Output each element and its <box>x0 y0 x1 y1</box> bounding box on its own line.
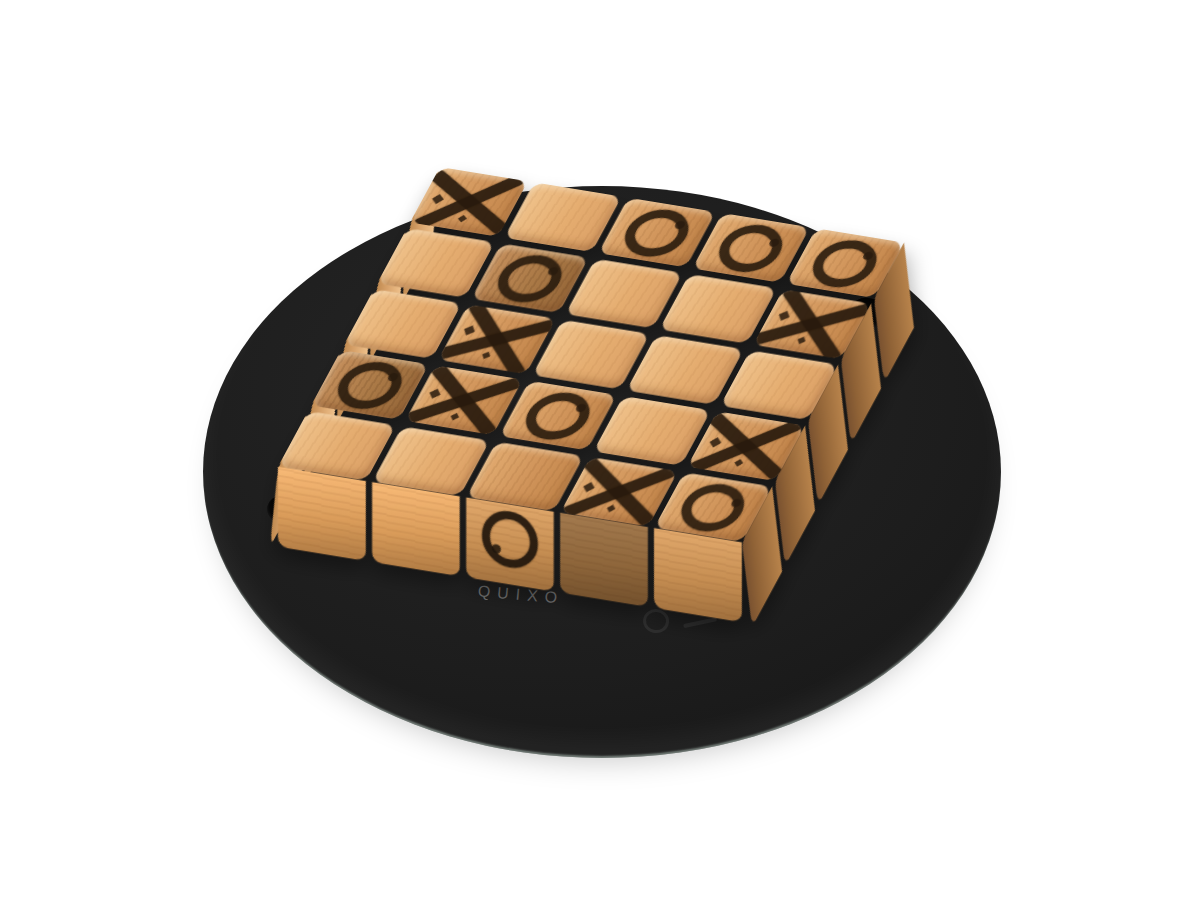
burn-dot <box>429 388 440 398</box>
burn-dot <box>492 543 501 553</box>
burn-dot <box>482 352 490 359</box>
burn-dot <box>583 482 595 492</box>
burn-dot <box>798 337 806 344</box>
burn-dot <box>607 505 616 513</box>
cube-front-face-c4-blank <box>560 513 648 607</box>
product-photo-scene: QUIXO <box>0 0 1200 900</box>
burn-dot <box>779 311 790 321</box>
x-mark-icon <box>412 171 527 232</box>
cube-front-face-c2-blank <box>372 482 460 576</box>
burn-dot <box>729 498 743 508</box>
burn-dot <box>387 373 400 382</box>
o-mark-icon <box>599 201 714 264</box>
o-mark-icon <box>500 384 615 447</box>
cube-front-face-c1-blank <box>278 467 366 561</box>
burn-dot <box>575 404 588 413</box>
burn-dot <box>673 221 686 230</box>
burn-dot <box>547 267 560 276</box>
o-mark-icon <box>466 497 554 591</box>
cube-front-face-c5-blank <box>654 528 742 622</box>
burn-dot <box>432 194 444 204</box>
burn-dot <box>861 252 874 261</box>
cube-front-face-c3-o <box>466 497 554 591</box>
burn-dot <box>735 459 744 467</box>
burn-dot <box>767 238 780 248</box>
burn-dot <box>451 413 459 420</box>
burn-dot <box>464 325 475 335</box>
burn-dot <box>458 215 467 223</box>
cube-grid-5x5 <box>278 167 904 542</box>
burn-dot <box>709 437 721 447</box>
